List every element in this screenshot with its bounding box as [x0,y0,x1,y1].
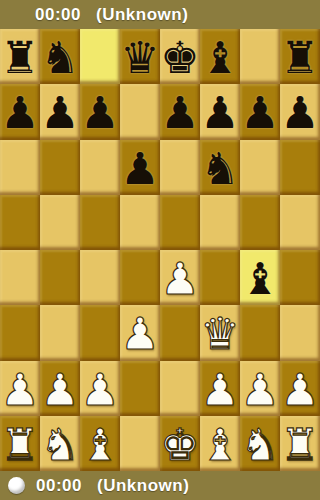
white-pawn: ♟ [0,365,39,412]
square-d8[interactable]: ♛ [120,29,160,84]
square-b7[interactable]: ♟ [40,84,80,139]
square-d2[interactable] [120,361,160,416]
black-bishop: ♝ [240,254,279,301]
square-e5[interactable] [160,195,200,250]
white-pawn: ♟ [200,365,239,412]
white-pawn: ♟ [160,254,199,301]
white-knight: ♞ [40,420,79,467]
square-e3[interactable] [160,305,200,360]
square-d6[interactable]: ♟ [120,140,160,195]
square-f5[interactable] [200,195,240,250]
black-pawn: ♟ [160,88,199,135]
square-a8[interactable]: ♜ [0,29,40,84]
square-a6[interactable] [0,140,40,195]
white-bishop: ♝ [80,420,119,467]
black-queen: ♛ [120,33,159,80]
square-c1[interactable]: ♝ [80,416,120,471]
square-b4[interactable] [40,250,80,305]
white-knight: ♞ [240,420,279,467]
chess-board: ♜♞♛♚♝♜♟♟♟♟♟♟♟♟♞♟♝♟♛♟♟♟♟♟♟♜♞♝♚♝♞♜ [0,29,320,471]
black-pawn: ♟ [280,88,319,135]
square-c3[interactable] [80,305,120,360]
square-f8[interactable]: ♝ [200,29,240,84]
square-c4[interactable] [80,250,120,305]
square-b1[interactable]: ♞ [40,416,80,471]
black-rook: ♜ [0,33,39,80]
square-b2[interactable]: ♟ [40,361,80,416]
square-g6[interactable] [240,140,280,195]
square-e2[interactable] [160,361,200,416]
square-a5[interactable] [0,195,40,250]
white-pawn: ♟ [40,365,79,412]
square-h1[interactable]: ♜ [280,416,320,471]
black-rook: ♜ [280,33,319,80]
square-f4[interactable] [200,250,240,305]
square-e1[interactable]: ♚ [160,416,200,471]
square-a2[interactable]: ♟ [0,361,40,416]
square-f6[interactable]: ♞ [200,140,240,195]
white-clock-time: 00:00 [36,476,82,496]
square-g4[interactable]: ♝ [240,250,280,305]
square-a3[interactable] [0,305,40,360]
black-bishop: ♝ [200,33,239,80]
white-queen: ♛ [200,309,239,356]
square-b5[interactable] [40,195,80,250]
square-a1[interactable]: ♜ [0,416,40,471]
white-king: ♚ [160,420,199,467]
square-g1[interactable]: ♞ [240,416,280,471]
square-f1[interactable]: ♝ [200,416,240,471]
square-h4[interactable] [280,250,320,305]
square-h8[interactable]: ♜ [280,29,320,84]
square-e6[interactable] [160,140,200,195]
square-h7[interactable]: ♟ [280,84,320,139]
square-b6[interactable] [40,140,80,195]
square-c5[interactable] [80,195,120,250]
square-b8[interactable]: ♞ [40,29,80,84]
square-h6[interactable] [280,140,320,195]
square-c8[interactable] [80,29,120,84]
square-d3[interactable]: ♟ [120,305,160,360]
square-g7[interactable]: ♟ [240,84,280,139]
square-d4[interactable] [120,250,160,305]
square-e4[interactable]: ♟ [160,250,200,305]
square-f7[interactable]: ♟ [200,84,240,139]
square-b3[interactable] [40,305,80,360]
square-a7[interactable]: ♟ [0,84,40,139]
black-king: ♚ [160,33,199,80]
square-h2[interactable]: ♟ [280,361,320,416]
black-pawn: ♟ [120,144,159,191]
square-h5[interactable] [280,195,320,250]
square-g3[interactable] [240,305,280,360]
white-circle-icon [8,477,25,494]
black-player-clock-bar: 00:00 (Unknown) [0,0,320,29]
square-a4[interactable] [0,250,40,305]
black-pawn: ♟ [0,88,39,135]
white-player-clock-bar: 00:00 (Unknown) [0,471,320,500]
white-rook: ♜ [280,420,319,467]
white-bishop: ♝ [200,420,239,467]
square-c6[interactable] [80,140,120,195]
square-g8[interactable] [240,29,280,84]
square-e8[interactable]: ♚ [160,29,200,84]
white-pawn: ♟ [280,365,319,412]
black-pawn: ♟ [40,88,79,135]
square-f2[interactable]: ♟ [200,361,240,416]
square-d7[interactable] [120,84,160,139]
square-c7[interactable]: ♟ [80,84,120,139]
square-g5[interactable] [240,195,280,250]
white-player-name: (Unknown) [97,476,189,496]
white-pawn: ♟ [120,309,159,356]
black-pawn: ♟ [80,88,119,135]
black-knight: ♞ [200,144,239,191]
square-d1[interactable] [120,416,160,471]
white-rook: ♜ [0,420,39,467]
square-f3[interactable]: ♛ [200,305,240,360]
black-player-name: (Unknown) [96,5,188,25]
white-pawn: ♟ [80,365,119,412]
white-pawn: ♟ [240,365,279,412]
square-g2[interactable]: ♟ [240,361,280,416]
black-clock-time: 00:00 [35,5,81,25]
square-e7[interactable]: ♟ [160,84,200,139]
square-c2[interactable]: ♟ [80,361,120,416]
black-pawn: ♟ [240,88,279,135]
chess-app-window: 00:00 (Unknown) ♜♞♛♚♝♜♟♟♟♟♟♟♟♟♞♟♝♟♛♟♟♟♟♟… [0,0,320,500]
black-knight: ♞ [40,33,79,80]
black-pawn: ♟ [200,88,239,135]
square-h3[interactable] [280,305,320,360]
square-d5[interactable] [120,195,160,250]
